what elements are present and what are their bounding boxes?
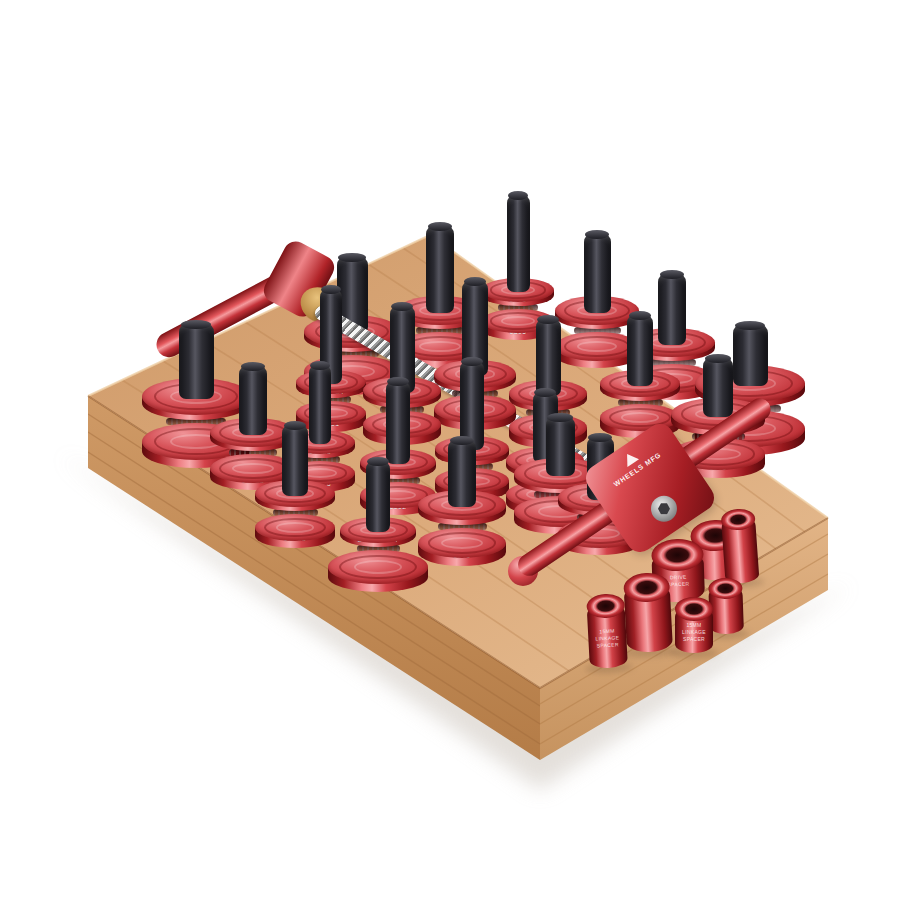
drift-station: 17X2817X28: [255, 424, 335, 548]
drift-post-cap: [338, 253, 365, 262]
drift-disc-highlight-ring: [276, 522, 314, 533]
drift-post-cap: [588, 433, 612, 442]
drift-post-cap: [534, 388, 556, 397]
drift-hex-post: [366, 460, 390, 532]
drift-post-cap: [428, 222, 453, 231]
spacer-sleeve: [708, 577, 744, 634]
product-photo: WHEELS MFG 37 x 256806600560056805680560…: [0, 0, 900, 900]
drift-post-cap: [310, 361, 329, 370]
drift-post-cap: [660, 270, 685, 279]
drift-hex-post: [536, 318, 561, 396]
drift-hex-post: [584, 233, 611, 313]
spacer-sleeve: [623, 572, 673, 653]
spacer-engraving: 15MM: [686, 622, 701, 628]
spacer-engraving: SPACER: [597, 641, 619, 648]
drift-post-cap: [387, 377, 408, 386]
drift-disc-face: [328, 550, 428, 584]
drift-station: 42 x 176805: [418, 439, 506, 566]
drift-post-cap: [537, 315, 559, 324]
drift-post-cap: [705, 354, 731, 363]
drift-station: 24 x 156900: [600, 314, 680, 438]
drift-post-cap: [508, 191, 528, 200]
drift-hex-post: [386, 380, 410, 464]
drift-post-cap: [547, 413, 573, 422]
drift-bottom-disc: 3537: [328, 550, 428, 592]
drift-bottom-disc: 6805: [418, 528, 506, 566]
drift-disc-face: [418, 528, 506, 558]
drift-hex-post: [627, 314, 653, 386]
drift-hex-post: [507, 194, 530, 292]
spacer-sleeve: [720, 508, 759, 584]
drift-post-cap: [284, 421, 307, 430]
drift-post-cap: [391, 302, 413, 311]
spacer-top-opening: [675, 597, 713, 621]
spacer-sleeve: 15MMLINKAGESPACER: [675, 597, 713, 653]
spacer-engraving: SPACER: [683, 636, 705, 642]
drift-post-cap: [367, 457, 388, 466]
drift-bottom-disc: 17X28: [255, 514, 335, 548]
drift-post-cap: [629, 311, 652, 320]
spacer-engraving: LINKAGE: [682, 629, 706, 635]
hex-bolt-icon: [651, 496, 677, 522]
drift-disc-face: [255, 514, 335, 541]
drift-post-cap: [321, 285, 340, 294]
drift-disc-highlight-ring: [354, 560, 402, 574]
drift-post-cap: [735, 321, 766, 330]
spacer-engraving: 15MM: [599, 628, 614, 635]
spacer-engraving: DRIVE: [670, 573, 687, 580]
spacer-sleeve: 15MMLINKAGESPACER: [586, 593, 628, 669]
drift-station: GXP - LEFT3537: [328, 460, 428, 592]
drift-disc-highlight-ring: [441, 537, 483, 549]
drift-post-cap: [450, 436, 475, 445]
spacer-engraving: SPACER: [667, 580, 689, 587]
drift-post-cap: [464, 277, 487, 286]
drift-hex-post: [179, 323, 214, 399]
drift-hex-post: [703, 357, 733, 417]
drift-hex-post: [448, 439, 476, 507]
drift-hex-post: [282, 424, 308, 496]
drift-post-cap: [585, 230, 609, 239]
drift-post-cap: [461, 357, 482, 366]
drift-post-cap: [181, 320, 212, 329]
drift-disc-highlight-ring: [621, 412, 659, 423]
drift-post-cap: [241, 362, 266, 371]
